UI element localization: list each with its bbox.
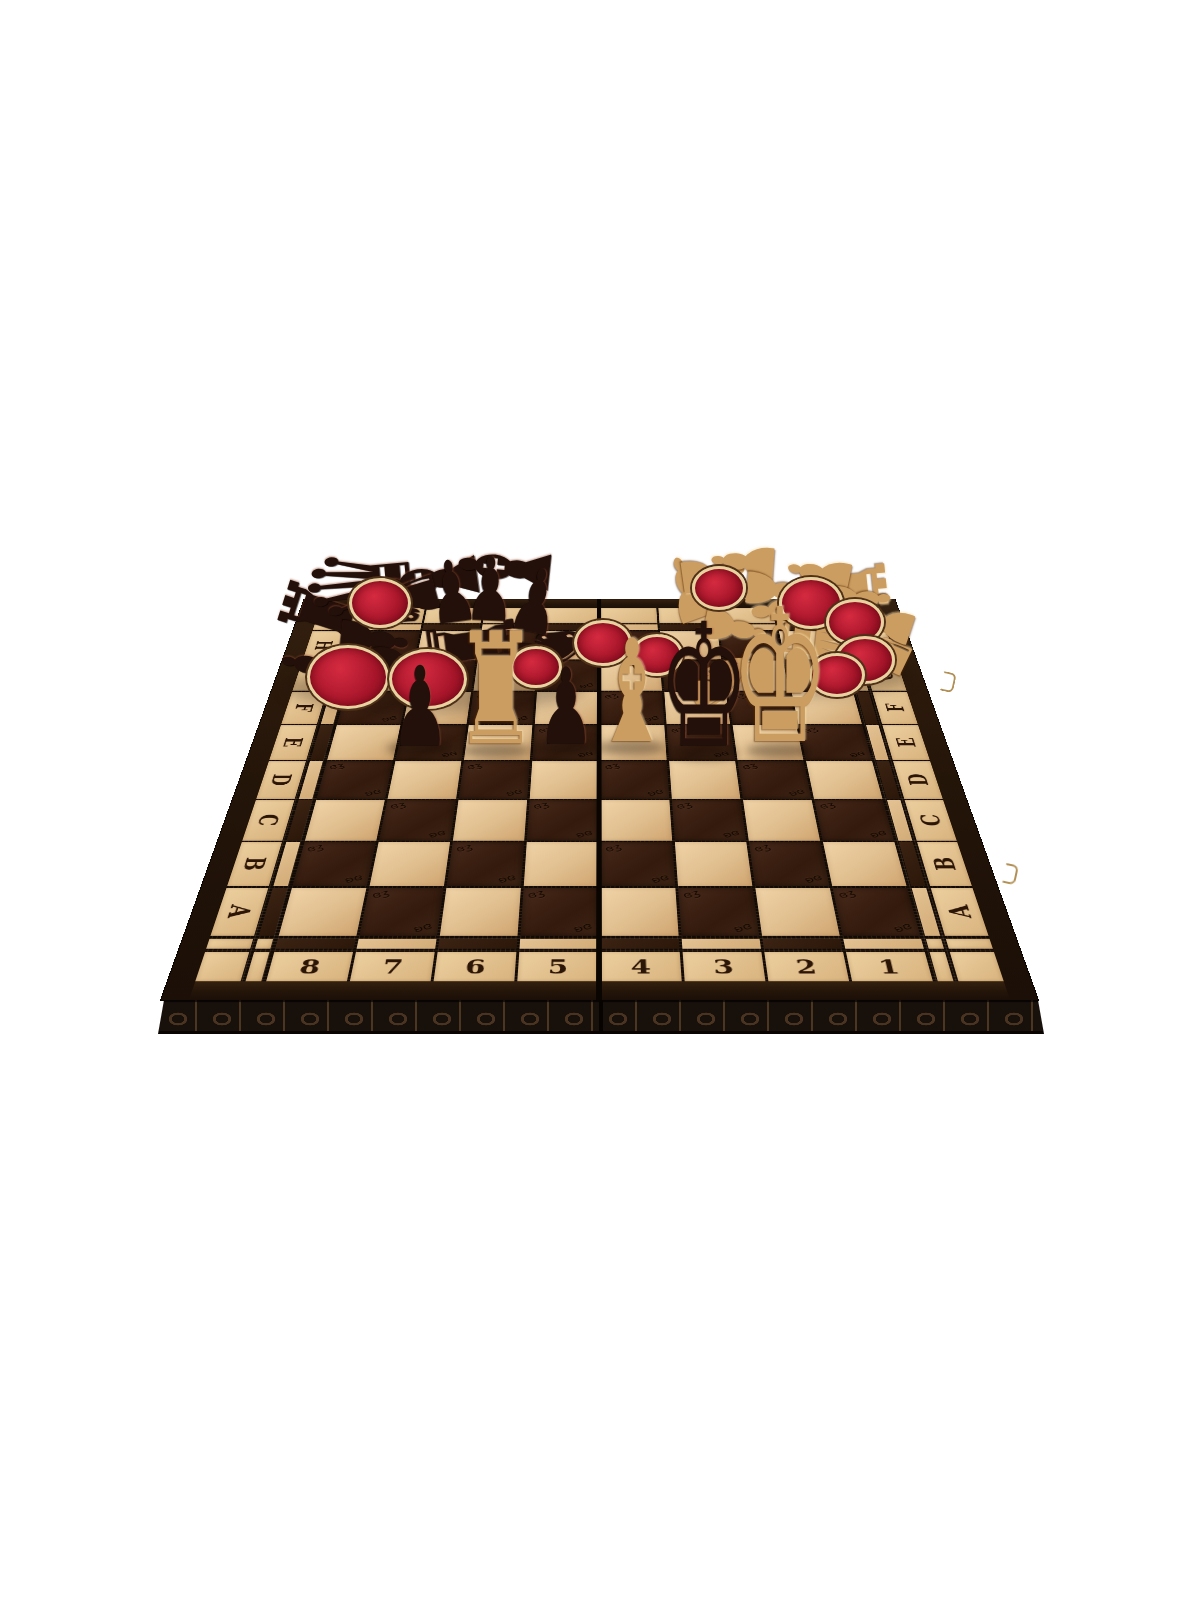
square-ornament: ɞʒ [604, 843, 624, 853]
square-ornament: ɞʒ [836, 889, 858, 900]
file-label: C [892, 809, 969, 832]
red-felt-base [349, 578, 411, 628]
square-c7: ɞʒʚɞ [379, 800, 456, 841]
file-label: A [917, 898, 1002, 925]
dark-bishop-lying: ♝ [440, 527, 572, 609]
file-label: A [197, 898, 282, 925]
square-d4: ɞʒʚɞ [601, 761, 670, 798]
square-b8: ɞʒʚɞ [292, 842, 376, 886]
red-felt-base [692, 566, 746, 610]
square-a3: ɞʒʚɞ [678, 888, 759, 936]
square-ornament: ʚɞ [504, 788, 524, 798]
square-d3 [669, 761, 740, 798]
inner-strip-near [438, 939, 517, 949]
square-f2: ɞʒʚɞ [728, 692, 796, 724]
square-c8 [305, 800, 385, 841]
square-ornament: ɞʒ [483, 632, 498, 639]
square-ornament: ɞʒ [328, 762, 345, 771]
square-ornament: ʚɞ [787, 788, 808, 798]
inner-strip-near [519, 939, 598, 949]
inner-strip-near [275, 939, 356, 949]
square-ornament: ɞʒ [681, 889, 702, 900]
square-d1 [806, 761, 882, 798]
far-band-cell [542, 608, 599, 623]
square-ornament: ʚɞ [427, 829, 447, 840]
square-b6: ɞʒʚɞ [447, 842, 524, 886]
square-ornament: ɞʒ [405, 726, 422, 734]
square-ornament: ɞʒ [466, 762, 484, 771]
square-a6 [440, 888, 521, 936]
file-label: E [258, 733, 329, 752]
piece-shadow [532, 740, 600, 755]
inner-strip-far [422, 624, 480, 629]
square-ornament: ɞʒ [306, 843, 324, 853]
square-ornament: ɞʒ [752, 843, 772, 853]
square-ornament: ʚɞ [642, 715, 661, 724]
square-c2 [743, 800, 820, 841]
square-ornament: ʚɞ [572, 922, 595, 935]
rank-label-cell: 7 [350, 952, 435, 982]
far-band-cell [658, 608, 716, 623]
border-corner-cell [315, 608, 351, 623]
file-label: C [230, 809, 307, 832]
rank-label: 8 [266, 952, 353, 982]
piece-shadow [386, 741, 454, 756]
square-d6: ɞʒʚɞ [459, 761, 530, 798]
square-ornament: ɞʒ [532, 801, 551, 811]
piece-shadow [462, 743, 530, 758]
square-ornament: ɞʒ [455, 843, 474, 853]
red-felt-base [809, 653, 865, 697]
square-ornament: ɞʒ [389, 801, 407, 811]
inner-strip-far [719, 624, 777, 629]
square-ornament: ɞʒ [371, 889, 390, 900]
square-ornament: ʚɞ [802, 873, 824, 885]
rank-label: 4 [601, 952, 682, 982]
board-fold-seam [599, 1000, 603, 1034]
far-band-cell [483, 608, 541, 623]
square-b7 [370, 842, 451, 886]
inner-strip-near [762, 939, 842, 949]
board-front-edge [158, 1000, 1044, 1034]
square-ornament: ʚɞ [848, 750, 868, 759]
piece-shadow [670, 745, 738, 760]
piece-shadow [598, 740, 666, 755]
file-label: F [861, 699, 929, 717]
square-b4: ɞʒʚɞ [601, 842, 675, 886]
square-ornament: ʚɞ [511, 715, 529, 724]
rank-label: 7 [350, 952, 435, 982]
square-ornament: ʚɞ [380, 715, 398, 724]
square-ornament: ʚɞ [363, 788, 382, 798]
rank-label-cell: 3 [683, 952, 766, 982]
rank-label-cell: 5 [517, 952, 598, 982]
red-felt-base [574, 620, 632, 666]
border-corner-cell [348, 624, 361, 629]
inner-strip-near [601, 939, 680, 949]
rank-label: 6 [434, 952, 517, 982]
square-h2: ɞʒʚɞ [719, 631, 782, 659]
square-ornament: ʚɞ [773, 715, 792, 724]
rank-label: 3 [683, 952, 766, 982]
inner-strip-far [660, 624, 718, 629]
inner-strip-near [357, 939, 437, 949]
square-ornament: ɞʒ [675, 801, 694, 811]
border-corner-cell [930, 952, 954, 982]
square-a2 [755, 888, 839, 936]
square-ornament: ɞʒ [603, 692, 620, 700]
square-ornament: ʚɞ [646, 788, 666, 798]
square-ornament: ɞʒ [364, 632, 379, 639]
square-ornament: ʚɞ [891, 922, 915, 935]
square-e1: ɞʒʚɞ [799, 725, 872, 760]
piece-shadow [746, 743, 814, 758]
square-c6 [453, 800, 527, 841]
square-b1 [823, 842, 907, 886]
square-ornament: ʚɞ [868, 829, 890, 840]
file-label: D [881, 769, 955, 790]
square-ornament: ɞʒ [526, 889, 546, 900]
square-ornament: ɞʒ [802, 726, 820, 734]
rank-label-cell: 2 [764, 952, 849, 982]
square-f3 [664, 692, 730, 724]
square-ornament: ɞʒ [741, 762, 760, 771]
square-ornament: ɞʒ [722, 632, 738, 639]
square-ornament: ʚɞ [496, 873, 517, 885]
rank-label-cell: 4 [601, 952, 682, 982]
square-a4 [601, 888, 679, 936]
red-felt-base [631, 634, 683, 676]
square-b2: ɞʒʚɞ [749, 842, 830, 886]
file-label: E [871, 733, 942, 752]
square-c5: ɞʒʚɞ [527, 800, 598, 841]
rank-label-cell: 6 [434, 952, 517, 982]
file-label: B [214, 852, 295, 877]
far-band-cell [424, 608, 483, 623]
square-b3 [675, 842, 752, 886]
square-ornament: ʚɞ [412, 922, 434, 935]
rank-label: 1 [846, 952, 933, 982]
rank-label-cell: 1 [846, 952, 933, 982]
square-d2: ɞʒʚɞ [738, 761, 812, 798]
square-ornament: ɞʒ [537, 726, 554, 734]
square-ornament: ɞʒ [669, 726, 687, 734]
border-corner-cell [946, 939, 993, 949]
square-f4: ɞʒʚɞ [601, 692, 665, 724]
square-ornament: ɞʒ [818, 801, 838, 811]
square-f1 [792, 692, 862, 724]
square-ornament: ɞʒ [603, 762, 621, 771]
square-c3: ɞʒʚɞ [672, 800, 746, 841]
brass-clasp-hook [939, 671, 957, 693]
square-a1: ɞʒʚɞ [833, 888, 921, 936]
square-a5: ɞʒʚɞ [520, 888, 598, 936]
red-felt-base [510, 646, 562, 688]
brass-clasp-hook [1001, 863, 1019, 885]
square-ornament: ʚɞ [721, 829, 742, 840]
square-a7: ɞʒʚɞ [359, 888, 443, 936]
square-ornament: ʚɞ [732, 922, 755, 935]
border-corner-cell [255, 939, 273, 949]
product-photo-scene: ɞʒʚɞɞʒʚɞɞʒʚɞɞʒʚɞɞʒʚɞɞʒʚɞɞʒʚɞɞʒʚɞɞʒʚɞɞʒʚɞ… [0, 0, 1200, 1600]
far-band-cell [716, 608, 775, 623]
border-corner-cell [245, 952, 269, 982]
file-label: D [244, 769, 318, 790]
square-c1: ɞʒʚɞ [814, 800, 894, 841]
inner-strip-far [482, 624, 540, 629]
square-a8 [279, 888, 367, 936]
border-corner-cell [195, 952, 249, 982]
red-felt-base [307, 645, 389, 709]
square-d8: ɞʒʚɞ [317, 761, 393, 798]
border-corner-cell [950, 952, 1004, 982]
rank-label-cell: 8 [266, 952, 353, 982]
square-b5 [524, 842, 598, 886]
square-c4 [601, 800, 672, 841]
square-ornament: ʚɞ [574, 829, 595, 840]
border-corner-cell [206, 939, 253, 949]
rank-label: 2 [764, 952, 849, 982]
file-label: B [904, 852, 985, 877]
border-corner-cell [313, 624, 347, 629]
square-e8 [327, 725, 400, 760]
red-felt-base [389, 649, 467, 709]
square-ornament: ʚɞ [343, 873, 364, 885]
rank-label: 5 [517, 952, 598, 982]
square-ornament: ʚɞ [649, 873, 671, 885]
border-corner-cell [926, 939, 944, 949]
inner-strip-near [843, 939, 924, 949]
square-d7 [388, 761, 462, 798]
square-d5 [530, 761, 599, 798]
inner-strip-near [682, 939, 761, 949]
